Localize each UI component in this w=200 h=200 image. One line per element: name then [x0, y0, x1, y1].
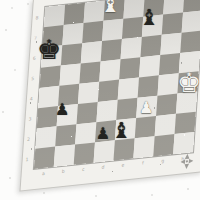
- white-bishop-d8: ♝: [101, 0, 121, 16]
- square-e5: [119, 57, 140, 79]
- rank-label-5: 5: [31, 76, 34, 81]
- rank-label-2: 2: [27, 137, 30, 142]
- square-f1: [133, 136, 154, 158]
- square-d1: [94, 140, 115, 162]
- file-label-c: c: [82, 167, 85, 172]
- square-d4: [98, 80, 119, 102]
- square-b2: [55, 124, 76, 146]
- square-h7: [182, 10, 200, 32]
- square-f2: [135, 116, 156, 138]
- square-a8: [44, 5, 65, 27]
- chess-board: ♝♝♚♟♟♚♟♝ abcdefgh87654321: [21, 0, 200, 190]
- square-a1: [34, 147, 55, 169]
- square-c3: [77, 102, 98, 124]
- white-pawn-f3: ♟: [139, 100, 153, 116]
- square-f6: [140, 35, 161, 57]
- black-pawn-d2: ♟: [96, 126, 110, 142]
- white-king-h3: ♚: [177, 69, 200, 96]
- file-label-g: g: [161, 158, 164, 163]
- square-b7: [62, 23, 83, 45]
- square-e4: [118, 77, 139, 99]
- square-c7: [82, 21, 103, 43]
- file-label-d: d: [102, 165, 105, 170]
- black-bishop-e2: ♝: [112, 120, 132, 142]
- square-c2: [75, 122, 96, 144]
- file-label-b: b: [62, 169, 65, 174]
- square-g4: [157, 73, 178, 95]
- square-c6: [81, 41, 102, 63]
- file-label-e: e: [121, 162, 124, 167]
- square-g3: [156, 94, 177, 116]
- rank-label-1: 1: [25, 157, 28, 162]
- square-d5: [99, 59, 120, 81]
- square-g6: [160, 33, 181, 55]
- square-f5: [139, 55, 160, 77]
- square-h6: [180, 31, 200, 53]
- square-h1: [173, 132, 194, 154]
- square-g1: [153, 134, 174, 156]
- square-d7: [102, 19, 123, 41]
- square-b6: [61, 43, 82, 65]
- square-b5: [59, 63, 80, 85]
- square-a2: [35, 126, 56, 148]
- square-d6: [101, 39, 122, 61]
- rank-label-3: 3: [28, 116, 31, 121]
- rank-label-6: 6: [33, 56, 36, 61]
- black-bishop-f7: ♝: [139, 7, 159, 29]
- black-king-a6: ♚: [37, 36, 61, 63]
- file-label-h: h: [181, 156, 184, 161]
- square-b8: [64, 3, 85, 25]
- square-e6: [121, 37, 142, 59]
- square-c5: [79, 61, 100, 83]
- square-f4: [138, 75, 159, 97]
- playing-area: ♝♝♚♟♟♚♟♝: [34, 0, 200, 169]
- square-g2: [155, 114, 176, 136]
- rank-label-4: 4: [30, 96, 33, 101]
- square-a5: [40, 66, 61, 88]
- black-pawn-b3: ♟: [55, 102, 69, 118]
- square-c4: [78, 82, 99, 104]
- rank-label-8: 8: [35, 15, 38, 20]
- square-c1: [74, 142, 95, 164]
- square-g7: [162, 13, 183, 35]
- square-b1: [54, 145, 75, 167]
- file-label-a: a: [42, 171, 45, 176]
- square-h2: [175, 112, 196, 134]
- file-label-f: f: [142, 160, 144, 165]
- chessboard-photo: ♝♝♚♟♟♚♟♝ abcdefgh87654321: [0, 0, 200, 200]
